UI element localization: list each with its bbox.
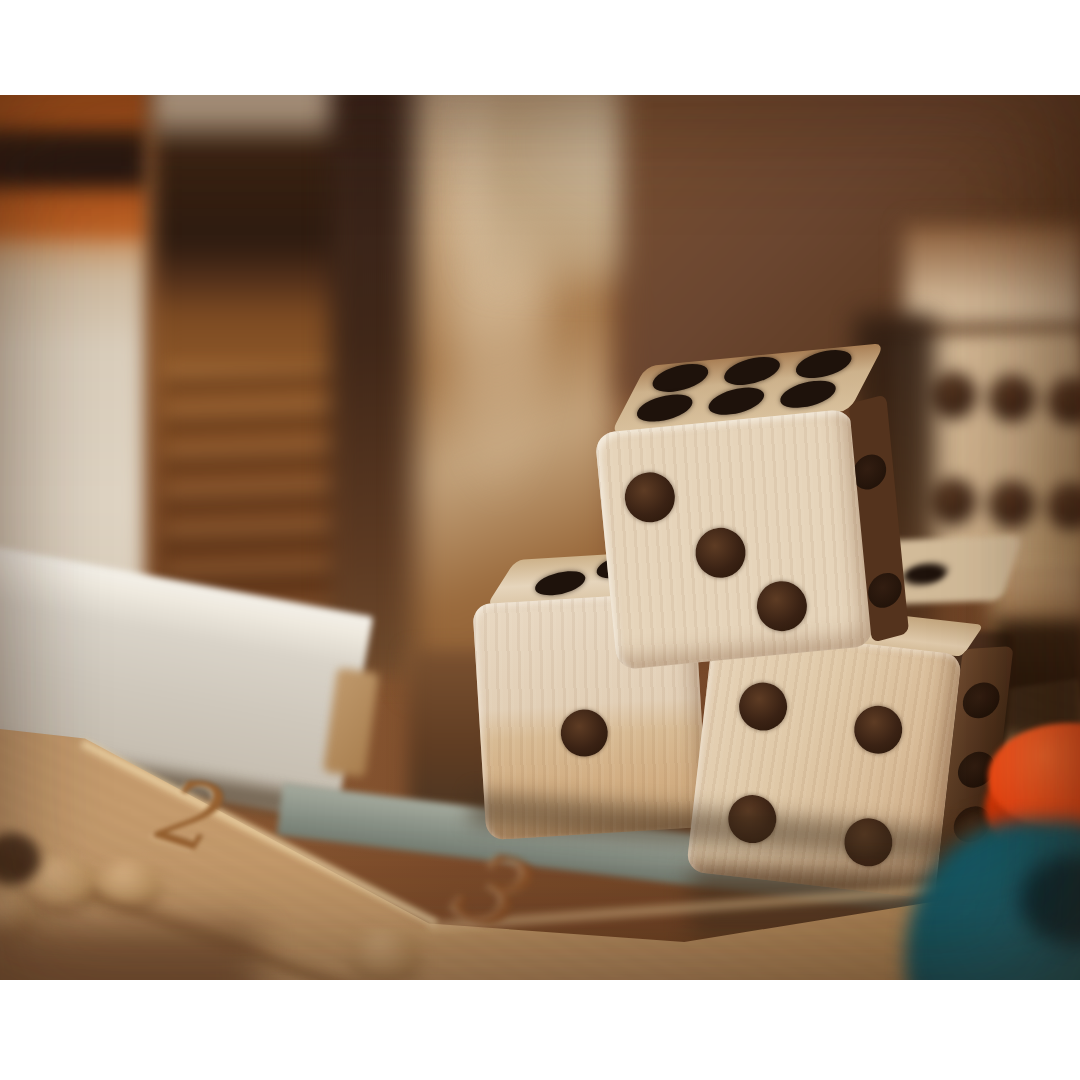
vignette — [0, 95, 1080, 980]
photo: 2 3 — [0, 95, 1080, 980]
photo-frame: 2 3 — [0, 0, 1080, 1080]
